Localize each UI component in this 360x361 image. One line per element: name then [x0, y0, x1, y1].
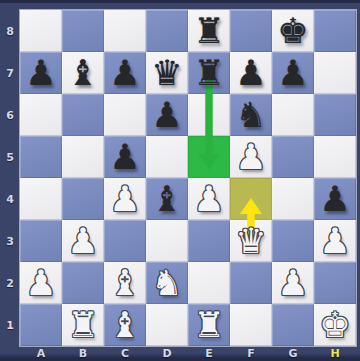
chess-board-window: 87654321 ♜♚♟♝♟♛♜♟♟♟♞♟♟♟♝♟♟♟♛♟♟♝♞♟♜♝♜♚ AB…	[0, 0, 360, 361]
piece-black-pawn[interactable]: ♟	[319, 178, 350, 220]
square-c8[interactable]	[104, 10, 146, 52]
square-f6[interactable]: ♞	[230, 94, 272, 136]
square-g4[interactable]	[272, 178, 314, 220]
rank-label-8: 8	[0, 10, 20, 52]
square-d2[interactable]: ♞	[146, 262, 188, 304]
piece-black-pawn[interactable]: ♟	[25, 52, 56, 94]
square-h1[interactable]: ♚	[314, 304, 356, 346]
square-d5[interactable]	[146, 136, 188, 178]
square-d3[interactable]	[146, 220, 188, 262]
rank-label-1: 1	[0, 304, 20, 346]
square-e5[interactable]	[188, 136, 230, 178]
square-f8[interactable]	[230, 10, 272, 52]
rank-label-4: 4	[0, 178, 20, 220]
square-e7[interactable]: ♜	[188, 52, 230, 94]
square-e3[interactable]	[188, 220, 230, 262]
file-label-c: C	[104, 346, 146, 360]
square-g8[interactable]: ♚	[272, 10, 314, 52]
rank-label-5: 5	[0, 136, 20, 178]
square-b1[interactable]: ♜	[62, 304, 104, 346]
square-g6[interactable]	[272, 94, 314, 136]
rank-label-2: 2	[0, 262, 20, 304]
piece-black-pawn[interactable]: ♟	[151, 94, 182, 136]
file-label-g: G	[272, 346, 314, 360]
piece-black-king[interactable]: ♚	[277, 10, 308, 52]
piece-white-rook[interactable]: ♜	[67, 304, 98, 346]
square-b4[interactable]	[62, 178, 104, 220]
piece-black-rook[interactable]: ♜	[193, 10, 224, 52]
square-h6[interactable]	[314, 94, 356, 136]
square-a2[interactable]: ♟	[20, 262, 62, 304]
square-d8[interactable]	[146, 10, 188, 52]
piece-white-pawn[interactable]: ♟	[277, 262, 308, 304]
rank-label-7: 7	[0, 52, 20, 94]
piece-white-king[interactable]: ♚	[319, 304, 350, 346]
square-g1[interactable]	[272, 304, 314, 346]
piece-white-pawn[interactable]: ♟	[235, 136, 266, 178]
square-b2[interactable]	[62, 262, 104, 304]
square-a5[interactable]	[20, 136, 62, 178]
piece-white-rook[interactable]: ♜	[193, 304, 224, 346]
file-label-h: H	[314, 346, 356, 360]
piece-black-rook[interactable]: ♜	[193, 52, 224, 94]
piece-white-bishop[interactable]: ♝	[109, 262, 140, 304]
piece-black-pawn[interactable]: ♟	[277, 52, 308, 94]
square-h7[interactable]	[314, 52, 356, 94]
square-d1[interactable]	[146, 304, 188, 346]
square-a6[interactable]	[20, 94, 62, 136]
piece-white-bishop[interactable]: ♝	[109, 304, 140, 346]
piece-black-bishop[interactable]: ♝	[151, 178, 182, 220]
piece-white-pawn[interactable]: ♟	[193, 178, 224, 220]
square-a8[interactable]	[20, 10, 62, 52]
square-b3[interactable]: ♟	[62, 220, 104, 262]
square-g3[interactable]	[272, 220, 314, 262]
square-e6[interactable]	[188, 94, 230, 136]
square-c2[interactable]: ♝	[104, 262, 146, 304]
square-d4[interactable]: ♝	[146, 178, 188, 220]
piece-white-pawn[interactable]: ♟	[319, 220, 350, 262]
square-a3[interactable]	[20, 220, 62, 262]
chess-board: ♜♚♟♝♟♛♜♟♟♟♞♟♟♟♝♟♟♟♛♟♟♝♞♟♜♝♜♚	[20, 10, 356, 346]
square-a7[interactable]: ♟	[20, 52, 62, 94]
square-e4[interactable]: ♟	[188, 178, 230, 220]
piece-black-bishop[interactable]: ♝	[67, 52, 98, 94]
square-c5[interactable]: ♟	[104, 136, 146, 178]
square-b7[interactable]: ♝	[62, 52, 104, 94]
square-g5[interactable]	[272, 136, 314, 178]
piece-black-pawn[interactable]: ♟	[109, 136, 140, 178]
piece-white-queen[interactable]: ♛	[235, 220, 266, 262]
square-c7[interactable]: ♟	[104, 52, 146, 94]
square-g7[interactable]: ♟	[272, 52, 314, 94]
piece-black-pawn[interactable]: ♟	[235, 52, 266, 94]
square-c6[interactable]	[104, 94, 146, 136]
square-a4[interactable]	[20, 178, 62, 220]
square-d7[interactable]: ♛	[146, 52, 188, 94]
square-c3[interactable]	[104, 220, 146, 262]
square-b8[interactable]	[62, 10, 104, 52]
piece-white-pawn[interactable]: ♟	[67, 220, 98, 262]
piece-white-pawn[interactable]: ♟	[109, 178, 140, 220]
piece-black-pawn[interactable]: ♟	[109, 52, 140, 94]
square-f1[interactable]	[230, 304, 272, 346]
square-f7[interactable]: ♟	[230, 52, 272, 94]
rank-label-6: 6	[0, 94, 20, 136]
square-c4[interactable]: ♟	[104, 178, 146, 220]
file-label-d: D	[146, 346, 188, 360]
file-labels: ABCDEFGH	[20, 346, 356, 360]
board-grid: ♜♚♟♝♟♛♜♟♟♟♞♟♟♟♝♟♟♟♛♟♟♝♞♟♜♝♜♚	[20, 10, 356, 346]
square-f4[interactable]	[230, 178, 272, 220]
file-label-f: F	[230, 346, 272, 360]
square-b6[interactable]	[62, 94, 104, 136]
piece-black-knight[interactable]: ♞	[235, 94, 266, 136]
rank-label-3: 3	[0, 220, 20, 262]
square-h5[interactable]	[314, 136, 356, 178]
file-label-b: B	[62, 346, 104, 360]
square-f5[interactable]: ♟	[230, 136, 272, 178]
square-d6[interactable]: ♟	[146, 94, 188, 136]
square-e1[interactable]: ♜	[188, 304, 230, 346]
square-g2[interactable]: ♟	[272, 262, 314, 304]
piece-black-queen[interactable]: ♛	[151, 52, 182, 94]
rank-labels: 87654321	[0, 10, 20, 346]
file-label-e: E	[188, 346, 230, 360]
piece-white-knight[interactable]: ♞	[151, 262, 182, 304]
square-e2[interactable]	[188, 262, 230, 304]
square-c1[interactable]: ♝	[104, 304, 146, 346]
square-e8[interactable]: ♜	[188, 10, 230, 52]
piece-white-pawn[interactable]: ♟	[25, 262, 56, 304]
square-h2[interactable]	[314, 262, 356, 304]
square-a1[interactable]	[20, 304, 62, 346]
square-h3[interactable]: ♟	[314, 220, 356, 262]
square-b5[interactable]	[62, 136, 104, 178]
square-h8[interactable]	[314, 10, 356, 52]
square-f3[interactable]: ♛	[230, 220, 272, 262]
square-h4[interactable]: ♟	[314, 178, 356, 220]
file-label-a: A	[20, 346, 62, 360]
square-f2[interactable]	[230, 262, 272, 304]
